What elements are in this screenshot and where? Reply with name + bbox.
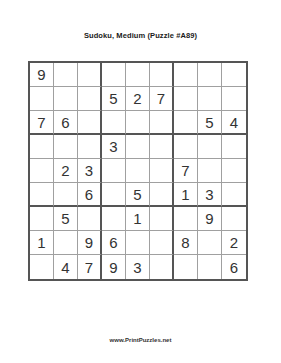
cell-r7c2: 5 (54, 207, 78, 231)
cell-r2c9 (222, 87, 246, 111)
cell-r9c7 (174, 255, 198, 279)
cell-r8c4: 6 (102, 231, 126, 255)
footer-url: www.PrintPuzzles.net (0, 337, 281, 343)
cell-r7c6 (150, 207, 174, 231)
cell-r9c8 (198, 255, 222, 279)
cell-r6c3: 6 (78, 183, 102, 207)
cell-r6c8: 3 (198, 183, 222, 207)
cell-r3c1: 7 (30, 111, 54, 135)
cell-r2c2 (54, 87, 78, 111)
cell-r2c7 (174, 87, 198, 111)
cell-r6c4 (102, 183, 126, 207)
cell-r8c8 (198, 231, 222, 255)
cell-r4c4: 3 (102, 135, 126, 159)
sudoku-page: Sudoku, Medium (Puzzle #A89) 95277654323… (0, 0, 281, 363)
cell-r9c2: 4 (54, 255, 78, 279)
cell-r1c5 (126, 63, 150, 87)
cell-r1c3 (78, 63, 102, 87)
cell-r5c5 (126, 159, 150, 183)
cell-r5c8 (198, 159, 222, 183)
cell-r3c8: 5 (198, 111, 222, 135)
cell-r6c9 (222, 183, 246, 207)
cell-r8c6 (150, 231, 174, 255)
cell-r3c9: 4 (222, 111, 246, 135)
cell-r4c2 (54, 135, 78, 159)
cell-r2c3 (78, 87, 102, 111)
cell-r5c4 (102, 159, 126, 183)
cell-r7c5: 1 (126, 207, 150, 231)
cell-r4c3 (78, 135, 102, 159)
cell-r5c1 (30, 159, 54, 183)
puzzle-title: Sudoku, Medium (Puzzle #A89) (0, 31, 281, 40)
cell-r9c6 (150, 255, 174, 279)
cell-r4c9 (222, 135, 246, 159)
cell-r3c7 (174, 111, 198, 135)
cell-r9c1 (30, 255, 54, 279)
cell-r1c8 (198, 63, 222, 87)
cell-r1c4 (102, 63, 126, 87)
cell-r7c8: 9 (198, 207, 222, 231)
cell-r8c5 (126, 231, 150, 255)
cell-r6c7: 1 (174, 183, 198, 207)
cell-r2c6: 7 (150, 87, 174, 111)
cell-r5c3: 3 (78, 159, 102, 183)
cell-r8c3: 9 (78, 231, 102, 255)
cell-r5c6 (150, 159, 174, 183)
cell-r6c1 (30, 183, 54, 207)
cell-r9c4: 9 (102, 255, 126, 279)
cell-r1c9 (222, 63, 246, 87)
cell-r8c1: 1 (30, 231, 54, 255)
cell-r4c7 (174, 135, 198, 159)
cell-r5c2: 2 (54, 159, 78, 183)
cell-r2c5: 2 (126, 87, 150, 111)
cell-r9c3: 7 (78, 255, 102, 279)
sudoku-board: 95277654323765135191968247936 (28, 61, 248, 281)
cell-r2c8 (198, 87, 222, 111)
cell-r3c2: 6 (54, 111, 78, 135)
cell-r3c5 (126, 111, 150, 135)
cell-r7c3 (78, 207, 102, 231)
cell-r4c8 (198, 135, 222, 159)
cell-r2c1 (30, 87, 54, 111)
cell-r7c9 (222, 207, 246, 231)
cell-r6c6 (150, 183, 174, 207)
cell-r3c4 (102, 111, 126, 135)
cell-r7c4 (102, 207, 126, 231)
cell-r8c9: 2 (222, 231, 246, 255)
cell-r1c1: 9 (30, 63, 54, 87)
cell-r7c1 (30, 207, 54, 231)
cell-r4c6 (150, 135, 174, 159)
cell-r6c2 (54, 183, 78, 207)
cell-r7c7 (174, 207, 198, 231)
cell-r4c1 (30, 135, 54, 159)
cell-r8c2 (54, 231, 78, 255)
cell-r1c2 (54, 63, 78, 87)
cell-r8c7: 8 (174, 231, 198, 255)
cell-r5c9 (222, 159, 246, 183)
cell-r6c5: 5 (126, 183, 150, 207)
cell-r3c6 (150, 111, 174, 135)
cell-r3c3 (78, 111, 102, 135)
cell-r9c9: 6 (222, 255, 246, 279)
cell-r1c6 (150, 63, 174, 87)
cell-r9c5: 3 (126, 255, 150, 279)
cell-r4c5 (126, 135, 150, 159)
cell-r2c4: 5 (102, 87, 126, 111)
cell-r1c7 (174, 63, 198, 87)
cell-r5c7: 7 (174, 159, 198, 183)
